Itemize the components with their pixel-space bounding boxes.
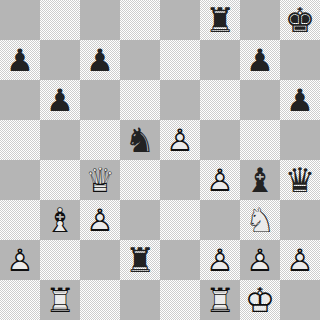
square-h6[interactable]: ♟ — [280, 80, 320, 120]
square-e5[interactable]: ♟♙ — [160, 120, 200, 160]
piece-glyph-outline: ♙ — [240, 240, 280, 280]
square-h5[interactable] — [280, 120, 320, 160]
square-g7[interactable]: ♟ — [240, 40, 280, 80]
square-g6[interactable] — [240, 80, 280, 120]
square-c2[interactable] — [80, 240, 120, 280]
square-h4[interactable]: ♛ — [280, 160, 320, 200]
black-king[interactable]: ♚ — [280, 0, 320, 40]
white-pawn[interactable]: ♟♙ — [80, 200, 120, 240]
square-e2[interactable] — [160, 240, 200, 280]
piece-glyph-fill: ♟ — [80, 40, 120, 80]
square-d2[interactable]: ♜ — [120, 240, 160, 280]
square-c1[interactable] — [80, 280, 120, 320]
square-f1[interactable]: ♜♖ — [200, 280, 240, 320]
square-h2[interactable]: ♟♙ — [280, 240, 320, 280]
square-b5[interactable] — [40, 120, 80, 160]
square-a4[interactable] — [0, 160, 40, 200]
square-a7[interactable]: ♟ — [0, 40, 40, 80]
piece-glyph-fill: ♚ — [280, 0, 320, 40]
square-c7[interactable]: ♟ — [80, 40, 120, 80]
piece-glyph-fill: ♝ — [240, 160, 280, 200]
piece-glyph-fill: ♟ — [0, 40, 40, 80]
square-h7[interactable] — [280, 40, 320, 80]
square-b3[interactable]: ♝♗ — [40, 200, 80, 240]
square-b8[interactable] — [40, 0, 80, 40]
square-d6[interactable] — [120, 80, 160, 120]
piece-glyph-outline: ♖ — [40, 280, 80, 320]
white-pawn[interactable]: ♟♙ — [200, 160, 240, 200]
black-pawn[interactable]: ♟ — [40, 80, 80, 120]
piece-glyph-outline: ♔ — [240, 280, 280, 320]
square-b1[interactable]: ♜♖ — [40, 280, 80, 320]
white-pawn[interactable]: ♟♙ — [0, 240, 40, 280]
piece-glyph-outline: ♙ — [200, 240, 240, 280]
black-queen[interactable]: ♛ — [280, 160, 320, 200]
square-g3[interactable]: ♞♘ — [240, 200, 280, 240]
black-pawn[interactable]: ♟ — [280, 80, 320, 120]
square-b2[interactable] — [40, 240, 80, 280]
square-h1[interactable] — [280, 280, 320, 320]
piece-glyph-outline: ♕ — [80, 160, 120, 200]
square-a1[interactable] — [0, 280, 40, 320]
piece-glyph-fill: ♞ — [120, 120, 160, 160]
square-c4[interactable]: ♛♕ — [80, 160, 120, 200]
square-f3[interactable] — [200, 200, 240, 240]
square-g8[interactable] — [240, 0, 280, 40]
square-b6[interactable]: ♟ — [40, 80, 80, 120]
square-e7[interactable] — [160, 40, 200, 80]
piece-glyph-outline: ♙ — [200, 160, 240, 200]
piece-glyph-fill: ♜ — [120, 240, 160, 280]
white-rook[interactable]: ♜♖ — [200, 280, 240, 320]
square-h8[interactable]: ♚ — [280, 0, 320, 40]
piece-glyph-outline: ♙ — [280, 240, 320, 280]
square-c8[interactable] — [80, 0, 120, 40]
square-f5[interactable] — [200, 120, 240, 160]
white-pawn[interactable]: ♟♙ — [200, 240, 240, 280]
piece-glyph-outline: ♙ — [80, 200, 120, 240]
piece-glyph-fill: ♛ — [280, 160, 320, 200]
piece-glyph-fill: ♟ — [40, 80, 80, 120]
square-e4[interactable] — [160, 160, 200, 200]
white-pawn[interactable]: ♟♙ — [280, 240, 320, 280]
square-c3[interactable]: ♟♙ — [80, 200, 120, 240]
black-pawn[interactable]: ♟ — [240, 40, 280, 80]
square-f6[interactable] — [200, 80, 240, 120]
square-d4[interactable] — [120, 160, 160, 200]
square-g4[interactable]: ♝ — [240, 160, 280, 200]
square-a8[interactable] — [0, 0, 40, 40]
black-pawn[interactable]: ♟ — [0, 40, 40, 80]
white-queen[interactable]: ♛♕ — [80, 160, 120, 200]
square-g2[interactable]: ♟♙ — [240, 240, 280, 280]
piece-glyph-outline: ♘ — [240, 200, 280, 240]
white-pawn[interactable]: ♟♙ — [160, 120, 200, 160]
square-f7[interactable] — [200, 40, 240, 80]
square-a6[interactable] — [0, 80, 40, 120]
piece-glyph-outline: ♙ — [0, 240, 40, 280]
square-d5[interactable]: ♞ — [120, 120, 160, 160]
piece-glyph-outline: ♖ — [200, 280, 240, 320]
square-e3[interactable] — [160, 200, 200, 240]
white-rook[interactable]: ♜♖ — [40, 280, 80, 320]
white-bishop[interactable]: ♝♗ — [40, 200, 80, 240]
chess-board: ♜♚♟♟♟♟♟♞♟♙♛♕♟♙♝♛♝♗♟♙♞♘♟♙♜♟♙♟♙♟♙♜♖♜♖♚♔ — [0, 0, 320, 320]
square-b4[interactable] — [40, 160, 80, 200]
black-rook[interactable]: ♜ — [200, 0, 240, 40]
square-d8[interactable] — [120, 0, 160, 40]
square-f4[interactable]: ♟♙ — [200, 160, 240, 200]
square-e1[interactable] — [160, 280, 200, 320]
black-rook[interactable]: ♜ — [120, 240, 160, 280]
white-king[interactable]: ♚♔ — [240, 280, 280, 320]
black-knight[interactable]: ♞ — [120, 120, 160, 160]
piece-glyph-fill: ♟ — [280, 80, 320, 120]
square-d3[interactable] — [120, 200, 160, 240]
square-g1[interactable]: ♚♔ — [240, 280, 280, 320]
black-bishop[interactable]: ♝ — [240, 160, 280, 200]
square-c5[interactable] — [80, 120, 120, 160]
piece-glyph-outline: ♗ — [40, 200, 80, 240]
square-a3[interactable] — [0, 200, 40, 240]
square-h3[interactable] — [280, 200, 320, 240]
square-d7[interactable] — [120, 40, 160, 80]
white-pawn[interactable]: ♟♙ — [240, 240, 280, 280]
piece-glyph-fill: ♟ — [240, 40, 280, 80]
square-b7[interactable] — [40, 40, 80, 80]
square-d1[interactable] — [120, 280, 160, 320]
square-e6[interactable] — [160, 80, 200, 120]
white-knight[interactable]: ♞♘ — [240, 200, 280, 240]
square-f2[interactable]: ♟♙ — [200, 240, 240, 280]
square-c6[interactable] — [80, 80, 120, 120]
black-pawn[interactable]: ♟ — [80, 40, 120, 80]
piece-glyph-fill: ♜ — [200, 0, 240, 40]
square-f8[interactable]: ♜ — [200, 0, 240, 40]
square-a2[interactable]: ♟♙ — [0, 240, 40, 280]
piece-glyph-outline: ♙ — [160, 120, 200, 160]
square-e8[interactable] — [160, 0, 200, 40]
square-g5[interactable] — [240, 120, 280, 160]
square-a5[interactable] — [0, 120, 40, 160]
